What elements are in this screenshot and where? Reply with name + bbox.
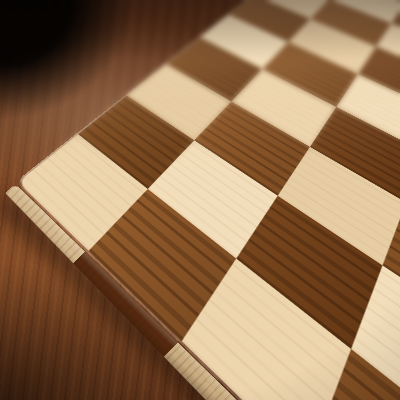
board-photo bbox=[0, 0, 400, 400]
